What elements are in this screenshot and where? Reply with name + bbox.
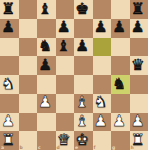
file-coordinate-label: h (131, 146, 134, 150)
file-coordinate-label: e (75, 146, 78, 150)
square-h5[interactable]: ♛ (130, 56, 149, 75)
square-b6[interactable] (19, 38, 38, 57)
square-a7[interactable]: ♟ (0, 19, 19, 38)
square-b4[interactable] (19, 75, 38, 94)
black-bishop-piece[interactable]: ♝ (38, 1, 52, 17)
square-h2[interactable]: ♟ (130, 113, 149, 132)
white-pawn-piece[interactable]: ♟ (112, 114, 126, 130)
white-knight-piece[interactable]: ♞ (1, 76, 15, 92)
square-h8[interactable]: ♜ (130, 0, 149, 19)
white-bishop-piece[interactable]: ♝ (75, 95, 89, 111)
square-a4[interactable]: ♞ (0, 75, 19, 94)
white-bishop-piece[interactable]: ♝ (75, 114, 89, 130)
black-knight-piece[interactable]: ♞ (38, 39, 52, 55)
square-a2[interactable]: ♟ (0, 113, 19, 132)
square-h3[interactable] (130, 94, 149, 113)
square-f6[interactable] (93, 38, 112, 57)
square-f5[interactable] (93, 56, 112, 75)
file-coordinate-label: b (20, 146, 23, 150)
black-rook-piece[interactable]: ♜ (1, 1, 15, 17)
square-b7[interactable] (19, 19, 38, 38)
square-b3[interactable] (19, 94, 38, 113)
white-pawn-piece[interactable]: ♟ (131, 114, 145, 130)
square-a1[interactable]: ♜a (0, 131, 19, 150)
square-g8[interactable] (111, 0, 130, 19)
black-pawn-piece[interactable]: ♟ (112, 20, 126, 36)
square-g7[interactable]: ♟ (111, 19, 130, 38)
square-d6[interactable]: ♝ (56, 38, 75, 57)
square-g1[interactable]: g (111, 131, 130, 150)
square-a6[interactable] (0, 38, 19, 57)
file-coordinate-label: a (1, 146, 4, 150)
square-c2[interactable] (37, 113, 56, 132)
square-g2[interactable]: ♟ (111, 113, 130, 132)
square-g4[interactable]: ♞ (111, 75, 130, 94)
square-a8[interactable]: ♜ (0, 0, 19, 19)
square-f3[interactable]: ♞ (93, 94, 112, 113)
white-pawn-piece[interactable]: ♟ (38, 95, 52, 111)
file-coordinate-label: f (94, 146, 96, 150)
square-d2[interactable] (56, 113, 75, 132)
square-f1[interactable]: f (93, 131, 112, 150)
square-e3[interactable]: ♝ (74, 94, 93, 113)
square-e8[interactable]: ♚ (74, 0, 93, 19)
black-knight-piece[interactable]: ♞ (112, 76, 126, 92)
square-b8[interactable] (19, 0, 38, 19)
black-king-piece[interactable]: ♚ (75, 1, 89, 17)
square-b1[interactable]: b (19, 131, 38, 150)
square-e6[interactable]: ♟ (74, 38, 93, 57)
black-bishop-piece[interactable]: ♝ (57, 39, 71, 55)
black-pawn-piece[interactable]: ♟ (38, 57, 52, 73)
square-a3[interactable] (0, 94, 19, 113)
square-h7[interactable]: ♟ (130, 19, 149, 38)
square-c3[interactable]: ♟ (37, 94, 56, 113)
black-pawn-piece[interactable]: ♟ (1, 20, 15, 36)
square-c7[interactable] (37, 19, 56, 38)
square-a5[interactable] (0, 56, 19, 75)
square-b5[interactable] (19, 56, 38, 75)
square-g6[interactable] (111, 38, 130, 57)
square-f2[interactable]: ♟ (93, 113, 112, 132)
square-d3[interactable] (56, 94, 75, 113)
chess-board: ♜♝♚♜♟♟♟♟♟♞♝♟♟♛♞♞♟♝♞♟♝♟♟♟♜abc♛d♚efg♜h (0, 0, 148, 150)
black-pawn-piece[interactable]: ♟ (75, 39, 89, 55)
square-d8[interactable] (56, 0, 75, 19)
square-h1[interactable]: ♜h (130, 131, 149, 150)
file-coordinate-label: g (112, 146, 115, 150)
file-coordinate-label: c (38, 146, 41, 150)
square-g5[interactable] (111, 56, 130, 75)
square-h6[interactable] (130, 38, 149, 57)
white-pawn-piece[interactable]: ♟ (94, 114, 108, 130)
square-c8[interactable]: ♝ (37, 0, 56, 19)
black-pawn-piece[interactable]: ♟ (57, 20, 71, 36)
square-d5[interactable] (56, 56, 75, 75)
square-d4[interactable] (56, 75, 75, 94)
black-queen-piece[interactable]: ♛ (131, 57, 145, 73)
square-e5[interactable] (74, 56, 93, 75)
square-e7[interactable] (74, 19, 93, 38)
square-c1[interactable]: c (37, 131, 56, 150)
square-c4[interactable] (37, 75, 56, 94)
square-e1[interactable]: ♚e (74, 131, 93, 150)
square-e4[interactable] (74, 75, 93, 94)
square-c5[interactable]: ♟ (37, 56, 56, 75)
black-pawn-piece[interactable]: ♟ (131, 20, 145, 36)
square-d1[interactable]: ♛d (56, 131, 75, 150)
square-f7[interactable]: ♟ (93, 19, 112, 38)
chess-board-container: ♜♝♚♜♟♟♟♟♟♞♝♟♟♛♞♞♟♝♞♟♝♟♟♟♜abc♛d♚efg♜h (0, 0, 148, 150)
square-d7[interactable]: ♟ (56, 19, 75, 38)
black-rook-piece[interactable]: ♜ (131, 1, 145, 17)
black-pawn-piece[interactable]: ♟ (94, 20, 108, 36)
square-c6[interactable]: ♞ (37, 38, 56, 57)
white-knight-piece[interactable]: ♞ (94, 95, 108, 111)
square-e2[interactable]: ♝ (74, 113, 93, 132)
square-f4[interactable] (93, 75, 112, 94)
square-b2[interactable] (19, 113, 38, 132)
square-g3[interactable] (111, 94, 130, 113)
white-pawn-piece[interactable]: ♟ (1, 114, 15, 130)
file-coordinate-label: d (57, 146, 60, 150)
square-h4[interactable] (130, 75, 149, 94)
square-f8[interactable] (93, 0, 112, 19)
